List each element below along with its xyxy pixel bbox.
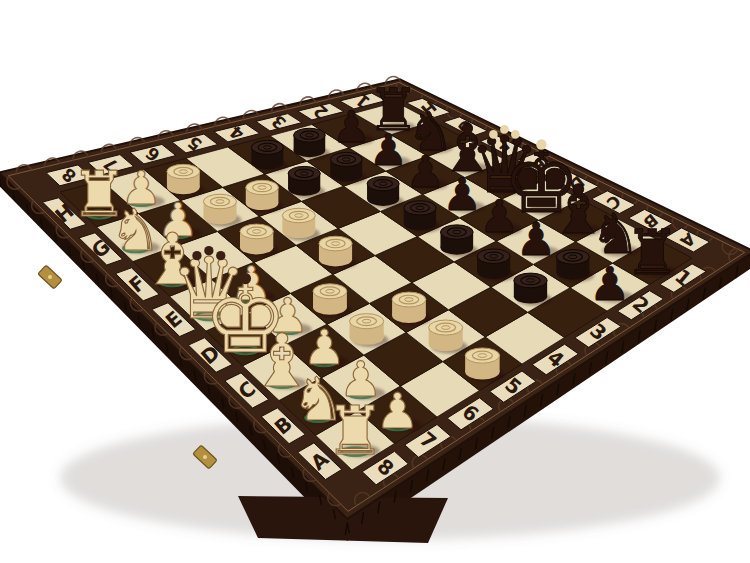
dark-checker-b3[interactable]	[514, 273, 552, 306]
black-pawn-a2[interactable]: ♟	[589, 257, 633, 311]
white-rook-glyph: ♜	[325, 392, 385, 470]
dark-checker-h3[interactable]	[294, 128, 330, 159]
black-rook-glyph: ♜	[624, 216, 680, 289]
black-pawn-glyph: ♟	[589, 257, 631, 311]
dark-checker-g4[interactable]	[288, 166, 325, 198]
white-rook-a8[interactable]: ♜	[325, 392, 385, 470]
light-checker-g6[interactable]	[203, 194, 241, 226]
queen-finial-ball	[216, 251, 225, 260]
light-checker-d6[interactable]	[313, 284, 352, 317]
light-checker-e5[interactable]	[319, 236, 357, 269]
light-checker-h6[interactable]	[167, 164, 205, 196]
dark-checker-c3[interactable]	[477, 249, 515, 281]
black-pawn-h2[interactable]: ♟	[332, 102, 374, 152]
chess-set-photo: A88AB77BC66CD55DE44EF33FG22GH11H♜♟♞♟♝♟♛♟…	[0, 0, 750, 563]
black-pawn-glyph: ♟	[406, 146, 446, 197]
queen-finial-ball	[489, 130, 498, 139]
dark-checker-g3[interactable]	[330, 152, 367, 183]
light-checker-a5[interactable]	[465, 348, 504, 382]
black-pawn-glyph: ♟	[516, 213, 557, 266]
light-checker-g5[interactable]	[246, 180, 283, 212]
king-finial	[240, 273, 251, 284]
queen-finial-ball	[204, 246, 213, 255]
black-pawn-glyph: ♟	[332, 102, 371, 152]
black-pawn-glyph: ♟	[479, 190, 519, 243]
black-rook-a1[interactable]: ♜	[624, 216, 680, 289]
dark-checker-h4[interactable]	[251, 140, 288, 171]
queen-finial-ball	[192, 251, 201, 260]
light-checker-b5[interactable]	[429, 320, 468, 353]
light-checker-f5[interactable]	[282, 208, 320, 240]
light-checker-c5[interactable]	[392, 292, 431, 325]
black-pawn-glyph: ♟	[369, 124, 408, 175]
dark-checker-e3[interactable]	[404, 201, 441, 233]
chess-board: A88AB77BC66CD55DE44EF33FG22GH11H♜♟♞♟♝♟♛♟…	[0, 0, 750, 563]
black-pawn-c2[interactable]: ♟	[516, 213, 560, 266]
king-finial	[536, 139, 546, 149]
dark-checker-d3[interactable]	[440, 225, 478, 257]
black-pawn-glyph: ♟	[442, 169, 482, 220]
dark-checker-f3[interactable]	[367, 177, 404, 209]
light-checker-c6[interactable]	[350, 314, 389, 347]
